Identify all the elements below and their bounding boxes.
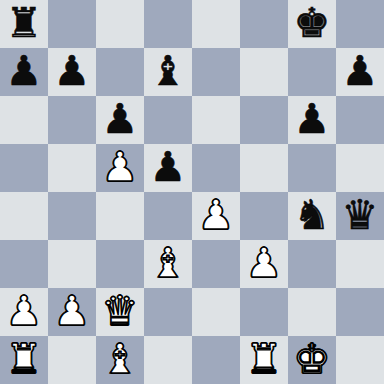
square-c8[interactable]: [96, 0, 144, 48]
piece-white-pawn[interactable]: ♟: [198, 191, 235, 239]
piece-white-pawn[interactable]: ♟: [6, 287, 43, 335]
piece-white-pawn[interactable]: ♟: [102, 143, 139, 191]
square-e1[interactable]: [192, 336, 240, 384]
square-a8[interactable]: ♜: [0, 0, 48, 48]
square-a6[interactable]: [0, 96, 48, 144]
square-f8[interactable]: [240, 0, 288, 48]
square-f4[interactable]: [240, 192, 288, 240]
square-b1[interactable]: [48, 336, 96, 384]
square-b6[interactable]: [48, 96, 96, 144]
piece-black-bishop[interactable]: ♝: [150, 47, 187, 95]
square-f1[interactable]: ♜: [240, 336, 288, 384]
square-c6[interactable]: ♟: [96, 96, 144, 144]
square-h8[interactable]: [336, 0, 384, 48]
square-f5[interactable]: [240, 144, 288, 192]
square-h2[interactable]: [336, 288, 384, 336]
square-d1[interactable]: [144, 336, 192, 384]
square-g4[interactable]: ♞: [288, 192, 336, 240]
square-h4[interactable]: ♛: [336, 192, 384, 240]
square-h3[interactable]: [336, 240, 384, 288]
square-h7[interactable]: ♟: [336, 48, 384, 96]
square-f7[interactable]: [240, 48, 288, 96]
square-h5[interactable]: [336, 144, 384, 192]
square-b3[interactable]: [48, 240, 96, 288]
square-c3[interactable]: [96, 240, 144, 288]
piece-white-bishop[interactable]: ♝: [150, 239, 187, 287]
piece-white-rook[interactable]: ♜: [246, 335, 283, 383]
square-g3[interactable]: [288, 240, 336, 288]
square-f2[interactable]: [240, 288, 288, 336]
square-h6[interactable]: [336, 96, 384, 144]
square-b8[interactable]: [48, 0, 96, 48]
square-g6[interactable]: ♟: [288, 96, 336, 144]
square-f3[interactable]: ♟: [240, 240, 288, 288]
piece-black-pawn[interactable]: ♟: [6, 47, 43, 95]
piece-black-pawn[interactable]: ♟: [102, 95, 139, 143]
square-d5[interactable]: ♟: [144, 144, 192, 192]
square-g8[interactable]: ♚: [288, 0, 336, 48]
piece-white-pawn[interactable]: ♟: [54, 287, 91, 335]
square-d7[interactable]: ♝: [144, 48, 192, 96]
square-b4[interactable]: [48, 192, 96, 240]
square-g2[interactable]: [288, 288, 336, 336]
square-a3[interactable]: [0, 240, 48, 288]
piece-black-queen[interactable]: ♛: [342, 191, 379, 239]
square-e2[interactable]: [192, 288, 240, 336]
square-a7[interactable]: ♟: [0, 48, 48, 96]
square-e5[interactable]: [192, 144, 240, 192]
square-c1[interactable]: ♝: [96, 336, 144, 384]
piece-black-knight[interactable]: ♞: [294, 191, 331, 239]
piece-white-bishop[interactable]: ♝: [102, 335, 139, 383]
square-d6[interactable]: [144, 96, 192, 144]
square-f6[interactable]: [240, 96, 288, 144]
square-a5[interactable]: [0, 144, 48, 192]
square-a2[interactable]: ♟: [0, 288, 48, 336]
square-e7[interactable]: [192, 48, 240, 96]
square-a4[interactable]: [0, 192, 48, 240]
square-b7[interactable]: ♟: [48, 48, 96, 96]
square-h1[interactable]: [336, 336, 384, 384]
piece-black-pawn[interactable]: ♟: [150, 143, 187, 191]
square-e6[interactable]: [192, 96, 240, 144]
square-e3[interactable]: [192, 240, 240, 288]
piece-white-king[interactable]: ♚: [294, 335, 331, 383]
piece-white-pawn[interactable]: ♟: [246, 239, 283, 287]
square-b5[interactable]: [48, 144, 96, 192]
square-g1[interactable]: ♚: [288, 336, 336, 384]
piece-black-king[interactable]: ♚: [294, 0, 331, 47]
piece-black-pawn[interactable]: ♟: [54, 47, 91, 95]
square-e4[interactable]: ♟: [192, 192, 240, 240]
square-c4[interactable]: [96, 192, 144, 240]
square-c7[interactable]: [96, 48, 144, 96]
square-c5[interactable]: ♟: [96, 144, 144, 192]
piece-black-pawn[interactable]: ♟: [294, 95, 331, 143]
square-d4[interactable]: [144, 192, 192, 240]
piece-white-queen[interactable]: ♛: [102, 287, 139, 335]
square-e8[interactable]: [192, 0, 240, 48]
square-d2[interactable]: [144, 288, 192, 336]
piece-white-rook[interactable]: ♜: [6, 335, 43, 383]
square-c2[interactable]: ♛: [96, 288, 144, 336]
square-d3[interactable]: ♝: [144, 240, 192, 288]
piece-black-rook[interactable]: ♜: [6, 0, 43, 47]
square-d8[interactable]: [144, 0, 192, 48]
piece-black-pawn[interactable]: ♟: [342, 47, 379, 95]
chess-board: ♜♚♟♟♝♟♟♟♟♟♟♞♛♝♟♟♟♛♜♝♜♚: [0, 0, 384, 384]
square-g7[interactable]: [288, 48, 336, 96]
square-a1[interactable]: ♜: [0, 336, 48, 384]
square-g5[interactable]: [288, 144, 336, 192]
square-b2[interactable]: ♟: [48, 288, 96, 336]
